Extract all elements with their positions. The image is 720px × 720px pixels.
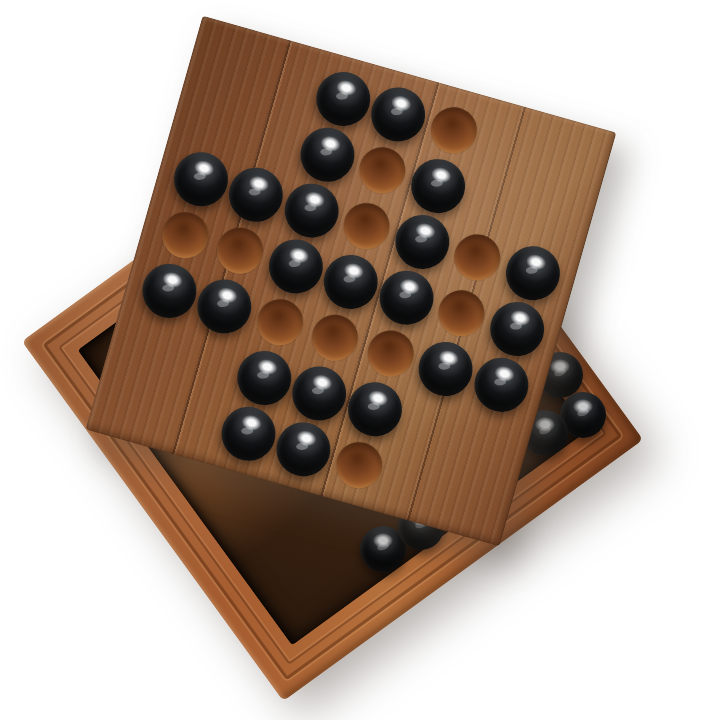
hole-r4-c3[interactable] bbox=[307, 309, 364, 366]
marble-r6-c3[interactable] bbox=[270, 416, 337, 483]
marble-r1-c4[interactable] bbox=[404, 153, 471, 220]
marble-r2-c1[interactable] bbox=[223, 162, 290, 229]
marble-r5-c3[interactable] bbox=[286, 360, 353, 427]
scene bbox=[0, 0, 720, 720]
marble-r0-c3[interactable] bbox=[365, 81, 432, 148]
marble-r3-c3[interactable] bbox=[317, 249, 384, 316]
hole-r6-c4[interactable] bbox=[330, 437, 387, 494]
marble-r3-c4[interactable] bbox=[373, 264, 440, 331]
hole-r3-c5[interactable] bbox=[433, 285, 490, 342]
board-shadow-wrapper bbox=[0, 0, 720, 720]
hole-r2-c3[interactable] bbox=[338, 198, 395, 255]
marble-r2-c2[interactable] bbox=[278, 177, 345, 244]
hole-r4-c4[interactable] bbox=[362, 325, 419, 382]
marble-r4-c6[interactable] bbox=[468, 351, 535, 418]
marble-r6-c2[interactable] bbox=[215, 400, 282, 467]
marble-r2-c0[interactable] bbox=[167, 146, 234, 213]
hole-r0-c4[interactable] bbox=[425, 102, 482, 159]
marble-r3-c6[interactable] bbox=[483, 296, 550, 363]
hole-r4-c2[interactable] bbox=[251, 294, 308, 351]
hole-r3-c1[interactable] bbox=[212, 222, 269, 279]
marble-r5-c2[interactable] bbox=[230, 345, 297, 412]
hole-r3-c0[interactable] bbox=[156, 207, 213, 264]
hole-r2-c5[interactable] bbox=[449, 229, 506, 286]
marble-r4-c0[interactable] bbox=[136, 257, 203, 324]
marble-r2-c4[interactable] bbox=[389, 208, 456, 275]
solitaire-board bbox=[86, 16, 617, 547]
marble-r5-c4[interactable] bbox=[341, 376, 408, 443]
marble-r1-c2[interactable] bbox=[294, 121, 361, 188]
marble-r0-c2[interactable] bbox=[309, 66, 376, 133]
marble-r4-c1[interactable] bbox=[191, 273, 258, 340]
marble-r4-c5[interactable] bbox=[412, 336, 479, 403]
marble-r3-c2[interactable] bbox=[262, 233, 329, 300]
hole-r1-c3[interactable] bbox=[354, 142, 411, 199]
marble-r2-c6[interactable] bbox=[499, 240, 566, 307]
